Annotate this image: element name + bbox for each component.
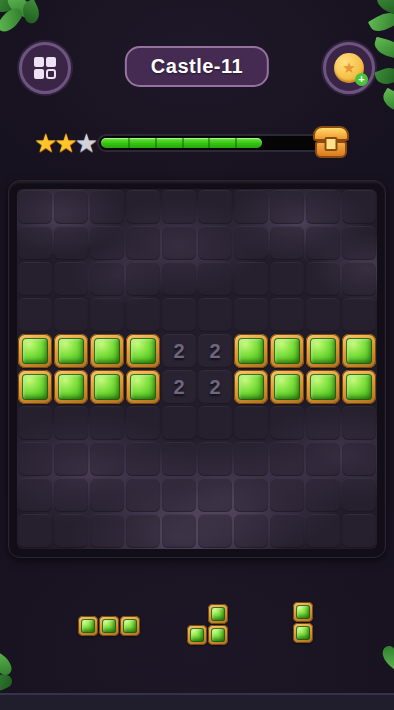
empty-cell[interactable] bbox=[342, 442, 376, 476]
empty-cell[interactable] bbox=[18, 226, 52, 260]
empty-cell[interactable] bbox=[270, 406, 304, 440]
gem-icon bbox=[238, 338, 264, 364]
gem-icon bbox=[58, 338, 84, 364]
progress-bar bbox=[97, 134, 337, 152]
gem-cell[interactable] bbox=[270, 370, 304, 404]
top-bar: Castle-11 ★ + bbox=[0, 42, 394, 96]
gem-block bbox=[78, 616, 98, 636]
empty-cell[interactable] bbox=[306, 514, 340, 548]
plus-icon: + bbox=[355, 73, 368, 86]
empty-cell[interactable] bbox=[90, 442, 124, 476]
empty-cell[interactable] bbox=[342, 190, 376, 224]
empty-cell[interactable] bbox=[18, 478, 52, 512]
empty-cell[interactable] bbox=[198, 190, 232, 224]
empty-cell[interactable] bbox=[234, 406, 268, 440]
piece-1x3-horizontal[interactable] bbox=[78, 616, 140, 636]
star-rating: ★★★ bbox=[34, 130, 95, 156]
gem-block bbox=[99, 616, 119, 636]
empty-cell[interactable] bbox=[306, 478, 340, 512]
empty-cell[interactable] bbox=[54, 478, 88, 512]
empty-cell[interactable] bbox=[306, 406, 340, 440]
empty-cell[interactable] bbox=[198, 478, 232, 512]
empty-cell[interactable] bbox=[198, 262, 232, 296]
gem-block bbox=[120, 616, 140, 636]
blocks-grid-icon bbox=[34, 57, 56, 79]
empty-cell[interactable] bbox=[18, 442, 52, 476]
empty-cell[interactable] bbox=[306, 226, 340, 260]
piece-tray bbox=[0, 595, 394, 655]
empty-cell[interactable] bbox=[306, 442, 340, 476]
empty-cell[interactable] bbox=[234, 478, 268, 512]
empty-cell[interactable] bbox=[198, 406, 232, 440]
silver-star-icon: ★ bbox=[75, 130, 98, 156]
board-grid: 2222 bbox=[17, 189, 377, 549]
gem-icon bbox=[130, 338, 156, 364]
board-inner: 2222 bbox=[17, 189, 377, 549]
empty-cell[interactable] bbox=[126, 190, 160, 224]
progress-bar-fill bbox=[101, 138, 262, 148]
game-board: 2222 bbox=[8, 180, 386, 558]
piece-corner-2x2[interactable] bbox=[187, 604, 228, 645]
empty-cell[interactable] bbox=[162, 514, 196, 548]
empty-cell[interactable] bbox=[162, 190, 196, 224]
gem-icon bbox=[58, 374, 84, 400]
gem-block bbox=[208, 604, 228, 624]
gem-icon bbox=[346, 338, 372, 364]
empty-cell[interactable] bbox=[54, 514, 88, 548]
gem-cell[interactable] bbox=[306, 334, 340, 368]
empty-cell[interactable] bbox=[162, 478, 196, 512]
gem-icon bbox=[274, 338, 300, 364]
empty-cell[interactable] bbox=[306, 262, 340, 296]
empty-cell[interactable] bbox=[270, 442, 304, 476]
empty-cell[interactable] bbox=[126, 478, 160, 512]
empty-cell[interactable] bbox=[198, 514, 232, 548]
gem-block bbox=[187, 625, 207, 645]
empty-cell[interactable] bbox=[18, 514, 52, 548]
empty-cell[interactable] bbox=[90, 298, 124, 332]
empty-cell[interactable] bbox=[162, 262, 196, 296]
gem-block bbox=[208, 625, 228, 645]
game-screen: Castle-11 ★ + ★★★ 2222 bbox=[0, 0, 394, 710]
gem-cell[interactable] bbox=[126, 370, 160, 404]
empty-cell[interactable] bbox=[90, 190, 124, 224]
empty-cell[interactable] bbox=[126, 442, 160, 476]
gem-cell[interactable] bbox=[90, 334, 124, 368]
empty-cell[interactable] bbox=[126, 514, 160, 548]
gem-icon bbox=[310, 338, 336, 364]
empty-cell[interactable] bbox=[270, 298, 304, 332]
gem-cell[interactable] bbox=[270, 334, 304, 368]
empty-cell[interactable] bbox=[54, 226, 88, 260]
coin-star-icon: ★ bbox=[342, 59, 355, 77]
level-title: Castle-11 bbox=[151, 55, 243, 77]
empty-cell[interactable] bbox=[126, 406, 160, 440]
gem-cell[interactable] bbox=[306, 370, 340, 404]
empty-cell[interactable] bbox=[342, 514, 376, 548]
empty-cell[interactable] bbox=[18, 190, 52, 224]
gem-icon bbox=[94, 374, 120, 400]
gem-icon bbox=[274, 374, 300, 400]
empty-cell[interactable] bbox=[270, 478, 304, 512]
gem-icon bbox=[94, 338, 120, 364]
gem-icon bbox=[346, 374, 372, 400]
empty-cell[interactable] bbox=[234, 262, 268, 296]
empty-cell[interactable] bbox=[234, 298, 268, 332]
gem-block bbox=[293, 602, 313, 622]
empty-cell[interactable] bbox=[54, 298, 88, 332]
coin-icon: ★ + bbox=[334, 53, 364, 83]
bottom-bar bbox=[0, 693, 394, 710]
empty-cell[interactable] bbox=[162, 406, 196, 440]
blocks-menu-button[interactable] bbox=[19, 42, 71, 94]
empty-cell[interactable] bbox=[342, 226, 376, 260]
gem-cell[interactable] bbox=[342, 334, 376, 368]
gem-cell[interactable] bbox=[54, 370, 88, 404]
empty-cell[interactable] bbox=[126, 298, 160, 332]
gem-icon bbox=[238, 374, 264, 400]
treasure-chest-icon bbox=[313, 126, 349, 158]
empty-cell[interactable] bbox=[342, 262, 376, 296]
counter-cell[interactable]: 2 bbox=[162, 370, 196, 404]
empty-cell[interactable] bbox=[306, 298, 340, 332]
empty-cell[interactable] bbox=[162, 298, 196, 332]
piece-2x1-vertical[interactable] bbox=[293, 602, 313, 643]
empty-cell[interactable] bbox=[270, 262, 304, 296]
empty-cell[interactable] bbox=[54, 262, 88, 296]
counter-cell[interactable]: 2 bbox=[198, 334, 232, 368]
empty-cell[interactable] bbox=[90, 262, 124, 296]
empty-cell[interactable] bbox=[342, 478, 376, 512]
empty-cell[interactable] bbox=[162, 226, 196, 260]
empty-cell[interactable] bbox=[90, 406, 124, 440]
gem-cell[interactable] bbox=[126, 334, 160, 368]
gem-icon bbox=[130, 374, 156, 400]
empty-cell[interactable] bbox=[198, 298, 232, 332]
gem-block bbox=[293, 623, 313, 643]
gem-cell[interactable] bbox=[234, 370, 268, 404]
empty-cell[interactable] bbox=[18, 406, 52, 440]
empty-cell[interactable] bbox=[342, 406, 376, 440]
empty-cell[interactable] bbox=[90, 514, 124, 548]
counter-cell[interactable]: 2 bbox=[162, 334, 196, 368]
empty-cell[interactable] bbox=[198, 442, 232, 476]
empty-cell[interactable] bbox=[234, 190, 268, 224]
level-title-badge: Castle-11 bbox=[125, 46, 269, 87]
empty-cell[interactable] bbox=[126, 262, 160, 296]
gem-cell[interactable] bbox=[54, 334, 88, 368]
empty-cell[interactable] bbox=[342, 298, 376, 332]
empty-cell[interactable] bbox=[306, 190, 340, 224]
empty-cell[interactable] bbox=[234, 226, 268, 260]
progress-row: ★★★ bbox=[0, 128, 394, 162]
gem-cell[interactable] bbox=[342, 370, 376, 404]
empty-cell[interactable] bbox=[18, 262, 52, 296]
empty-cell[interactable] bbox=[18, 298, 52, 332]
empty-cell[interactable] bbox=[126, 226, 160, 260]
counter-cell[interactable]: 2 bbox=[198, 370, 232, 404]
gem-cell[interactable] bbox=[234, 334, 268, 368]
gem-icon bbox=[22, 338, 48, 364]
empty-cell[interactable] bbox=[54, 190, 88, 224]
empty-cell[interactable] bbox=[90, 478, 124, 512]
empty-cell[interactable] bbox=[270, 226, 304, 260]
empty-cell[interactable] bbox=[54, 406, 88, 440]
gem-cell[interactable] bbox=[90, 370, 124, 404]
gem-cell[interactable] bbox=[18, 334, 52, 368]
empty-cell[interactable] bbox=[54, 442, 88, 476]
empty-cell[interactable] bbox=[90, 226, 124, 260]
gem-cell[interactable] bbox=[18, 370, 52, 404]
empty-cell[interactable] bbox=[234, 514, 268, 548]
empty-cell[interactable] bbox=[270, 514, 304, 548]
gem-icon bbox=[22, 374, 48, 400]
empty-cell[interactable] bbox=[198, 226, 232, 260]
gem-icon bbox=[310, 374, 336, 400]
coins-button[interactable]: ★ + bbox=[323, 42, 375, 94]
empty-cell[interactable] bbox=[234, 442, 268, 476]
empty-cell[interactable] bbox=[162, 442, 196, 476]
empty-cell[interactable] bbox=[270, 190, 304, 224]
